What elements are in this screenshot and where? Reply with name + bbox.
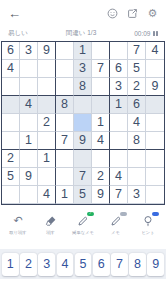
cell-r4c5[interactable]	[74, 96, 92, 114]
cell-r8c6[interactable]: 2	[92, 168, 110, 186]
cell-r2c9[interactable]	[146, 60, 164, 78]
cell-r6c3[interactable]	[38, 132, 56, 150]
cell-r5c9[interactable]	[146, 114, 164, 132]
hint-bulb-icon	[141, 214, 155, 227]
smiley-icon[interactable]	[107, 8, 118, 19]
cell-r2c3[interactable]	[38, 60, 56, 78]
back-button[interactable]: ←	[8, 7, 21, 20]
cell-r5c8[interactable]: 4	[128, 114, 146, 132]
smart-notes-pencil-icon: ✓	[76, 214, 90, 227]
cell-r7c3[interactable]: 1	[38, 150, 56, 168]
difficulty-label: 易しい	[8, 29, 28, 38]
cell-r5c6[interactable]: 1	[92, 114, 110, 132]
numpad-3[interactable]: 3	[38, 253, 55, 276]
erase-button[interactable]: 消す	[40, 214, 62, 235]
cell-r4c2[interactable]: 4	[20, 96, 38, 114]
notes-label: メモ	[111, 230, 120, 235]
cell-r5c2[interactable]	[20, 114, 38, 132]
pause-icon[interactable]	[153, 31, 158, 36]
cell-r8c2[interactable]: 9	[20, 168, 38, 186]
cell-r1c5[interactable]: 1	[74, 42, 92, 60]
cell-r7c6[interactable]	[92, 150, 110, 168]
cell-r8c4[interactable]	[56, 168, 74, 186]
numpad-5[interactable]: 5	[75, 253, 92, 276]
undo-button[interactable]: ↶ 取り消す	[7, 214, 29, 235]
cell-r9c9[interactable]	[146, 186, 164, 204]
top-bar-icons: ⚙	[107, 8, 158, 19]
cell-r7c1[interactable]: 2	[2, 150, 20, 168]
eraser-icon	[44, 214, 58, 227]
smart-notes-button[interactable]: ✓ 簡単なメモ	[72, 214, 94, 235]
cell-r8c9[interactable]	[146, 168, 164, 186]
cell-r2c8[interactable]: 5	[128, 60, 146, 78]
cell-r4c3[interactable]	[38, 96, 56, 114]
cell-r3c3[interactable]	[38, 78, 56, 96]
cell-r2c1[interactable]: 4	[2, 60, 20, 78]
cell-r9c8[interactable]: 3	[128, 186, 146, 204]
cell-r8c7[interactable]: 4	[110, 168, 128, 186]
numpad-1[interactable]: 1	[2, 253, 19, 276]
hint-count-badge	[152, 212, 159, 217]
cell-r2c6[interactable]: 7	[92, 60, 110, 78]
notes-pencil-icon	[109, 214, 123, 227]
numpad-6[interactable]: 6	[93, 253, 110, 276]
undo-icon: ↶	[11, 214, 25, 227]
timer: 00:09	[134, 30, 150, 37]
cell-r9c3[interactable]: 4	[38, 186, 56, 204]
cell-r1c2[interactable]: 3	[20, 42, 38, 60]
numpad-2[interactable]: 2	[20, 253, 37, 276]
settings-gear-icon[interactable]: ⚙	[147, 8, 158, 19]
cell-r2c4[interactable]	[56, 60, 74, 78]
hint-button[interactable]: ヒント	[137, 214, 159, 235]
cell-r9c6[interactable]: 9	[92, 186, 110, 204]
cell-r7c4[interactable]	[56, 150, 74, 168]
cell-r7c5[interactable]	[74, 150, 92, 168]
cell-r4c1[interactable]	[2, 96, 20, 114]
cell-r4c8[interactable]: 6	[128, 96, 146, 114]
cell-r3c2[interactable]	[20, 78, 38, 96]
top-bar: ← ⚙	[0, 0, 166, 26]
numpad-7[interactable]: 7	[111, 253, 128, 276]
undo-label: 取り消す	[9, 230, 26, 235]
cell-r3c7[interactable]: 3	[110, 78, 128, 96]
toolbar: ↶ 取り消す 消す ✓ 簡単なメモ メモ	[0, 205, 166, 249]
cell-r7c2[interactable]	[20, 150, 38, 168]
cell-r9c5[interactable]: 5	[74, 186, 92, 204]
cell-r5c1[interactable]	[2, 114, 20, 132]
cell-r1c3[interactable]: 9	[38, 42, 56, 60]
erase-label: 消す	[46, 230, 55, 235]
cell-r3c4[interactable]	[56, 78, 74, 96]
cell-r7c8[interactable]	[128, 150, 146, 168]
numpad-9[interactable]: 9	[147, 253, 164, 276]
notes-off-badge	[120, 212, 127, 217]
cell-r8c3[interactable]	[38, 168, 56, 186]
cell-r4c4[interactable]: 8	[56, 96, 74, 114]
cell-r5c4[interactable]	[56, 114, 74, 132]
cell-r1c8[interactable]: 7	[128, 42, 146, 60]
smart-notes-on-badge: ✓	[87, 212, 94, 217]
cell-r6c5[interactable]: 9	[74, 132, 92, 150]
cell-r4c6[interactable]	[92, 96, 110, 114]
smart-notes-label: 簡単なメモ	[72, 230, 94, 235]
cell-r6c9[interactable]	[146, 132, 164, 150]
status-row: 易しい 間違い 1/3 00:09	[0, 26, 166, 41]
cell-r1c6[interactable]	[92, 42, 110, 60]
cell-r7c9[interactable]	[146, 150, 164, 168]
cell-r7c7[interactable]	[110, 150, 128, 168]
cell-r9c7[interactable]: 7	[110, 186, 128, 204]
cell-r5c5[interactable]	[74, 114, 92, 132]
cell-r6c8[interactable]: 8	[128, 132, 146, 150]
cell-r5c7[interactable]	[110, 114, 128, 132]
numpad-8[interactable]: 8	[129, 253, 146, 276]
cell-r6c6[interactable]: 4	[92, 132, 110, 150]
cell-r8c8[interactable]	[128, 168, 146, 186]
cell-r1c7[interactable]	[110, 42, 128, 60]
cell-r2c5[interactable]: 3	[74, 60, 92, 78]
cell-r1c1[interactable]: 6	[2, 42, 20, 60]
cell-r9c4[interactable]: 1	[56, 186, 74, 204]
notes-button[interactable]: メモ	[105, 214, 127, 235]
cell-r9c2[interactable]	[20, 186, 38, 204]
cell-r6c1[interactable]	[2, 132, 20, 150]
cell-r8c5[interactable]: 7	[74, 168, 92, 186]
cell-r3c6[interactable]	[92, 78, 110, 96]
cell-r3c9[interactable]: 9	[146, 78, 164, 96]
cell-r6c2[interactable]: 1	[20, 132, 38, 150]
cell-r3c1[interactable]	[2, 78, 20, 96]
cell-r6c4[interactable]: 7	[56, 132, 74, 150]
cell-r3c8[interactable]: 2	[128, 78, 146, 96]
cell-r4c9[interactable]	[146, 96, 164, 114]
cell-r2c7[interactable]: 6	[110, 60, 128, 78]
numpad-4[interactable]: 4	[57, 253, 74, 276]
mistakes-counter: 間違い 1/3	[66, 29, 97, 38]
cell-r9c1[interactable]	[2, 186, 20, 204]
cell-r8c1[interactable]: 5	[2, 168, 20, 186]
share-icon[interactable]	[127, 8, 138, 19]
bottom-spacer	[0, 279, 166, 294]
cell-r1c9[interactable]: 4	[146, 42, 164, 60]
number-pad: 123456789	[0, 249, 166, 279]
cell-r4c7[interactable]: 1	[110, 96, 128, 114]
cell-r2c2[interactable]	[20, 60, 38, 78]
cell-r5c3[interactable]: 2	[38, 114, 56, 132]
cell-r1c4[interactable]	[56, 42, 74, 60]
hint-label: ヒント	[141, 230, 154, 235]
cell-r6c7[interactable]	[110, 132, 128, 150]
cell-r3c5[interactable]: 8	[74, 78, 92, 96]
sudoku-board: 6391744376583294816214179482159724415973	[1, 41, 165, 205]
